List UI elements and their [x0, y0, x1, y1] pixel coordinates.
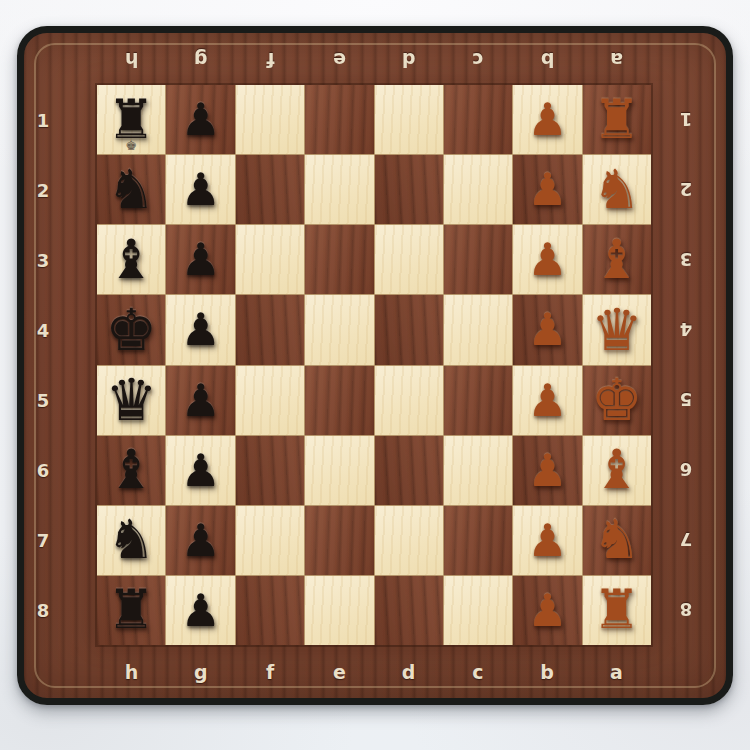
square-c2[interactable] [444, 155, 512, 224]
square-d8[interactable] [375, 576, 443, 645]
coordinate-label: h [97, 655, 166, 689]
black-knight[interactable]: ♞ [107, 513, 155, 567]
square-g3[interactable]: ♟ [166, 225, 234, 294]
square-b3[interactable]: ♟ [513, 225, 581, 294]
square-e5[interactable] [305, 366, 373, 435]
coordinate-label: 4 [662, 295, 710, 365]
square-f3[interactable] [236, 225, 304, 294]
crown-stamp-icon: ♚ [125, 139, 137, 152]
square-g6[interactable]: ♟ [166, 436, 234, 505]
rank-labels-right: 12345678 [662, 85, 710, 645]
coordinate-label: 6 [24, 435, 62, 505]
coordinate-label: 6 [662, 435, 710, 505]
coordinate-label: b [513, 655, 582, 689]
square-a4[interactable]: ♛ [583, 295, 651, 364]
square-c8[interactable] [444, 576, 512, 645]
coordinate-label: h [97, 43, 166, 77]
square-f4[interactable] [236, 295, 304, 364]
red-knight[interactable]: ♞ [593, 513, 641, 567]
coordinate-label: g [166, 655, 235, 689]
square-h1[interactable]: ♜♚ [97, 85, 165, 154]
coordinate-label: a [582, 43, 651, 77]
square-b2[interactable]: ♟ [513, 155, 581, 224]
coordinate-label: 7 [24, 505, 62, 575]
coordinate-label: b [513, 43, 582, 77]
square-g5[interactable]: ♟ [166, 366, 234, 435]
square-f7[interactable] [236, 506, 304, 575]
coordinate-label: 1 [24, 85, 62, 155]
square-c3[interactable] [444, 225, 512, 294]
red-pawn[interactable]: ♟ [527, 307, 567, 352]
coordinate-label: c [443, 655, 512, 689]
red-rook[interactable]: ♜ [593, 583, 641, 637]
black-pawn[interactable]: ♟ [180, 588, 220, 633]
black-pawn[interactable]: ♟ [180, 237, 220, 282]
file-labels-top: hgfedcba [97, 43, 651, 77]
coordinate-label: 5 [662, 365, 710, 435]
coordinate-label: 3 [662, 225, 710, 295]
square-g7[interactable]: ♟ [166, 506, 234, 575]
square-a1[interactable]: ♜ [583, 85, 651, 154]
red-knight[interactable]: ♞ [593, 163, 641, 217]
black-pawn[interactable]: ♟ [180, 378, 220, 423]
black-bishop[interactable]: ♝ [107, 443, 155, 497]
square-a3[interactable]: ♝ [583, 225, 651, 294]
square-e2[interactable] [305, 155, 373, 224]
square-a6[interactable]: ♝ [583, 436, 651, 505]
black-rook[interactable]: ♜ [107, 583, 155, 637]
red-pawn[interactable]: ♟ [527, 378, 567, 423]
square-c1[interactable] [444, 85, 512, 154]
square-e3[interactable] [305, 225, 373, 294]
coordinate-label: 4 [24, 295, 62, 365]
black-king[interactable]: ♚ [105, 301, 157, 359]
square-e4[interactable] [305, 295, 373, 364]
square-f6[interactable] [236, 436, 304, 505]
square-d4[interactable] [375, 295, 443, 364]
square-b8[interactable]: ♟ [513, 576, 581, 645]
square-g4[interactable]: ♟ [166, 295, 234, 364]
red-queen[interactable]: ♛ [591, 301, 643, 359]
coordinate-label: g [166, 43, 235, 77]
red-king[interactable]: ♚ [591, 371, 643, 429]
coordinate-label: 5 [24, 365, 62, 435]
square-g8[interactable]: ♟ [166, 576, 234, 645]
square-e1[interactable] [305, 85, 373, 154]
red-pawn[interactable]: ♟ [527, 167, 567, 212]
square-f2[interactable] [236, 155, 304, 224]
square-e8[interactable] [305, 576, 373, 645]
black-pawn[interactable]: ♟ [180, 97, 220, 142]
square-e7[interactable] [305, 506, 373, 575]
coordinate-label: a [582, 655, 651, 689]
coordinate-label: 8 [662, 575, 710, 645]
square-d2[interactable] [375, 155, 443, 224]
black-bishop[interactable]: ♝ [107, 233, 155, 287]
square-h8[interactable]: ♜ [97, 576, 165, 645]
red-pawn[interactable]: ♟ [527, 518, 567, 563]
file-labels-bottom: hgfedcba [97, 655, 651, 689]
square-a5[interactable]: ♚ [583, 366, 651, 435]
square-h2[interactable]: ♞ [97, 155, 165, 224]
square-h7[interactable]: ♞ [97, 506, 165, 575]
square-b7[interactable]: ♟ [513, 506, 581, 575]
square-d6[interactable] [375, 436, 443, 505]
square-g1[interactable]: ♟ [166, 85, 234, 154]
square-h4[interactable]: ♚ [97, 295, 165, 364]
coordinate-label: 1 [662, 85, 710, 155]
square-d1[interactable] [375, 85, 443, 154]
square-d3[interactable] [375, 225, 443, 294]
square-b4[interactable]: ♟ [513, 295, 581, 364]
square-d7[interactable] [375, 506, 443, 575]
square-c5[interactable] [444, 366, 512, 435]
coordinate-label: c [443, 43, 512, 77]
photo-background-cloth: hgfedcba hgfedcba 12345678 12345678 ♜♚♟♟… [0, 0, 750, 750]
square-f1[interactable] [236, 85, 304, 154]
coordinate-label: 8 [24, 575, 62, 645]
red-pawn[interactable]: ♟ [527, 588, 567, 633]
square-g2[interactable]: ♟ [166, 155, 234, 224]
square-h3[interactable]: ♝ [97, 225, 165, 294]
square-b1[interactable]: ♟ [513, 85, 581, 154]
coordinate-label: 2 [24, 155, 62, 225]
square-f5[interactable] [236, 366, 304, 435]
black-queen[interactable]: ♛ [105, 371, 157, 429]
square-f8[interactable] [236, 576, 304, 645]
coordinate-label: f [236, 43, 305, 77]
square-a8[interactable]: ♜ [583, 576, 651, 645]
square-a7[interactable]: ♞ [583, 506, 651, 575]
board-field: ♜♚♟♟♜♞♟♟♞♝♟♟♝♚♟♟♛♛♟♟♚♝♟♟♝♞♟♟♞♜♟♟♜ [97, 85, 651, 645]
coordinate-label: 7 [662, 505, 710, 575]
black-pawn[interactable]: ♟ [180, 518, 220, 563]
red-pawn[interactable]: ♟ [527, 97, 567, 142]
red-pawn[interactable]: ♟ [527, 237, 567, 282]
coordinate-label: 2 [662, 155, 710, 225]
coordinate-label: f [236, 655, 305, 689]
red-rook[interactable]: ♜ [593, 93, 641, 147]
rank-labels-left: 12345678 [24, 85, 62, 645]
black-knight[interactable]: ♞ [107, 163, 155, 217]
square-b6[interactable]: ♟ [513, 436, 581, 505]
square-c7[interactable] [444, 506, 512, 575]
square-c6[interactable] [444, 436, 512, 505]
square-c4[interactable] [444, 295, 512, 364]
square-b5[interactable]: ♟ [513, 366, 581, 435]
square-h5[interactable]: ♛ [97, 366, 165, 435]
red-bishop[interactable]: ♝ [593, 443, 641, 497]
red-pawn[interactable]: ♟ [527, 448, 567, 493]
coordinate-label: e [305, 655, 374, 689]
square-a2[interactable]: ♞ [583, 155, 651, 224]
square-e6[interactable] [305, 436, 373, 505]
black-pawn[interactable]: ♟ [180, 448, 220, 493]
square-h6[interactable]: ♝ [97, 436, 165, 505]
coordinate-label: 3 [24, 225, 62, 295]
coordinate-label: d [374, 655, 443, 689]
red-bishop[interactable]: ♝ [593, 233, 641, 287]
chess-board: hgfedcba hgfedcba 12345678 12345678 ♜♚♟♟… [17, 26, 733, 705]
black-pawn[interactable]: ♟ [180, 307, 220, 352]
coordinate-label: e [305, 43, 374, 77]
black-pawn[interactable]: ♟ [180, 167, 220, 212]
coordinate-label: d [374, 43, 443, 77]
square-d5[interactable] [375, 366, 443, 435]
